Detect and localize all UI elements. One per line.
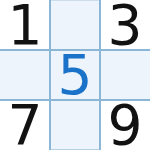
- cell-r3c3[interactable]: 9: [100, 100, 150, 150]
- cell-r3c1[interactable]: 7: [0, 100, 50, 150]
- cell-r2c2[interactable]: 5: [50, 50, 100, 100]
- sudoku-board: 1 3 5 7 9: [0, 0, 150, 150]
- cell-r1c3[interactable]: 3: [100, 0, 150, 50]
- cell-r3c2[interactable]: [50, 100, 100, 150]
- cell-r1c1[interactable]: 1: [0, 0, 50, 50]
